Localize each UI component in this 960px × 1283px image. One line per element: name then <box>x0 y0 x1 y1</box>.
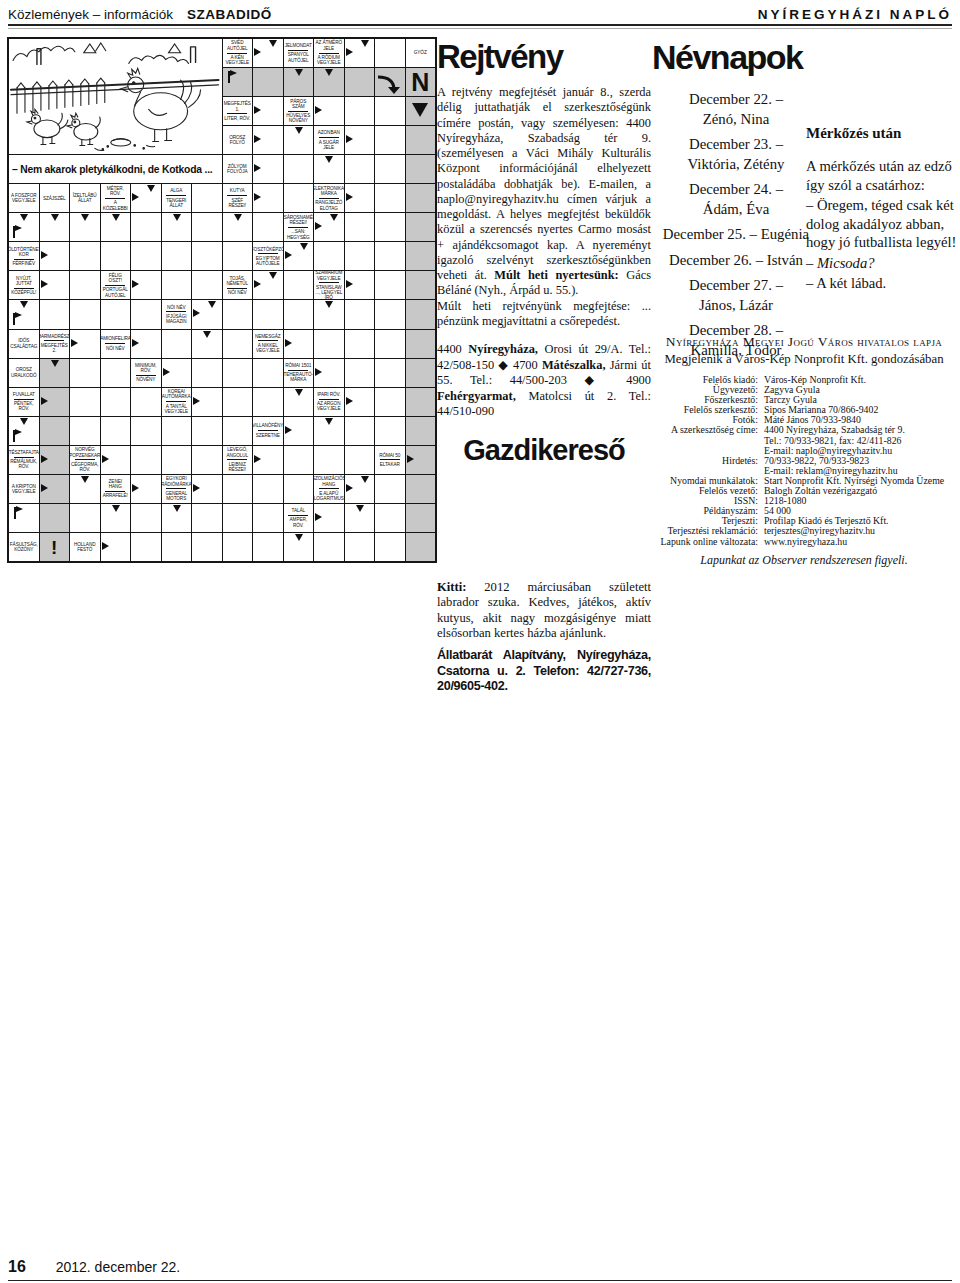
cell-r16c12[interactable] <box>345 475 375 503</box>
cell-r8c2[interactable] <box>40 242 70 270</box>
cell-r10c14[interactable] <box>406 300 436 328</box>
crossword-grid: – Nem akarok pletykálkodni, de Kotkoda .… <box>7 37 437 563</box>
newspaper-title: NYÍREGYHÁZI NAPLÓ <box>758 7 952 22</box>
clue-cell-r13c6: KOREAI AUTÓMÁRKAA TANTÁL VEGYJELE <box>162 388 192 416</box>
cell-r12c11[interactable] <box>314 359 344 387</box>
clue-divider <box>166 488 186 489</box>
nameday-entry: December 26. – István <box>652 251 820 271</box>
clue-divider <box>75 459 95 460</box>
cell-r14c11[interactable] <box>314 417 344 445</box>
cell-r16c7[interactable] <box>192 475 222 503</box>
clue-text: HARMADRÉSZ!MEGFEJTÉS 2. <box>40 330 70 358</box>
cell-r16c9[interactable] <box>253 475 283 503</box>
cell-r18c12[interactable] <box>345 533 375 561</box>
cell-r14c13[interactable] <box>375 417 405 445</box>
cell-r7c7[interactable] <box>192 213 222 241</box>
cell-r13c10[interactable] <box>284 388 314 416</box>
imprint-label: Terjesztési reklamáció: <box>650 526 758 536</box>
cell-r12c4[interactable] <box>101 359 131 387</box>
clue-line: A NIKKEL VEGYJELE <box>254 343 282 354</box>
clue-cell-r16c4: ZENEI HANGARRAFELÉ! <box>101 475 131 503</box>
cell-r11c10[interactable] <box>284 330 314 358</box>
cell-r5c14[interactable] <box>406 155 436 183</box>
cell-r10c8[interactable] <box>223 300 253 328</box>
cell-r10c10[interactable] <box>284 300 314 328</box>
cell-r7c14[interactable] <box>406 213 436 241</box>
cell-r15c2[interactable] <box>40 446 70 474</box>
right-arrow-icon <box>346 135 353 143</box>
cell-r13c13[interactable] <box>375 388 405 416</box>
down-arrow-icon <box>208 301 216 308</box>
cell-r1c13[interactable] <box>375 39 405 67</box>
cell-r4c9[interactable] <box>253 126 283 154</box>
clue-line: TÉSZTAFAJTA <box>9 450 39 455</box>
down-arrow-icon <box>269 40 277 47</box>
rejtveny-title: Rejtvény <box>437 40 651 73</box>
cell-r2c10[interactable] <box>284 68 314 96</box>
clue-text: LEVEGŐ, ANGOLULLEIBNIZ RÉSZEI! <box>223 446 253 474</box>
cell-r12c12[interactable] <box>345 359 375 387</box>
nevnapok-title: Névnapok <box>652 40 820 74</box>
cell-r6c10[interactable] <box>284 184 314 212</box>
right-arrow-icon <box>346 484 353 492</box>
cell-r15c7[interactable] <box>192 446 222 474</box>
clue-line: SZÉF RÉSZEI! <box>224 198 252 209</box>
right-arrow-icon <box>254 135 261 143</box>
cell-r11c11[interactable] <box>314 330 344 358</box>
cell-r14c14[interactable] <box>406 417 436 445</box>
cell-r8c4[interactable] <box>101 242 131 270</box>
cell-r10c4[interactable] <box>101 300 131 328</box>
clue-line: AZ ÁTMÉRŐ JELE <box>315 40 343 51</box>
cell-r16c10[interactable] <box>284 475 314 503</box>
cell-r18c9[interactable] <box>253 533 283 561</box>
cell-r17c14[interactable] <box>406 504 436 532</box>
cell-r17c4[interactable] <box>101 504 131 532</box>
cell-r12c9[interactable] <box>253 359 283 387</box>
clue-text: RÓMAI 50ELTAKAR <box>375 446 405 474</box>
big-down-arrow-icon <box>412 103 428 117</box>
clue-cell-r6c3: ÍZELTLÁBÚ ÁLLAT <box>70 184 100 212</box>
clue-cell-r10c6: NŐI NÉVIFJÚSÁGI MAGAZIN <box>162 300 192 328</box>
cell-r3c14[interactable] <box>406 97 436 125</box>
cell-r11c5[interactable] <box>131 330 161 358</box>
clue-divider <box>166 401 186 402</box>
cell-r15c14[interactable] <box>406 446 436 474</box>
cell-r8c10[interactable] <box>284 242 314 270</box>
clue-cell-r18c1: FÁSULTSÁG, KÖZÖNY <box>9 533 39 561</box>
imprint-rows: Felelős kiadó:Város-Kép Nonprofit Kft.Üg… <box>650 375 958 547</box>
cell-r18c8[interactable] <box>223 533 253 561</box>
cell-r2c11[interactable] <box>314 68 344 96</box>
nameday-date: December 27. – <box>689 277 783 293</box>
cell-r14c2[interactable] <box>40 417 70 445</box>
imprint-section: Nyíregyháza Megyei Jogú Város hivatalos … <box>650 334 958 568</box>
address-city: Nyíregyháza, <box>468 342 538 356</box>
cell-r17c1[interactable] <box>9 504 39 532</box>
imprint-header-2: Megjelenik a Város-Kép Nonprofit Kft. go… <box>650 352 958 367</box>
cell-r17c3[interactable] <box>70 504 100 532</box>
clue-line: SZERETNE <box>256 433 280 438</box>
cell-r16c14[interactable] <box>406 475 436 503</box>
cell-r14c12[interactable] <box>345 417 375 445</box>
nameday-date: December 24. – <box>689 181 783 197</box>
cell-r15c12[interactable] <box>345 446 375 474</box>
clue-divider <box>258 340 278 341</box>
clue-line: SZÁJSZÉL <box>43 196 65 201</box>
cell-r2c12[interactable] <box>345 68 375 96</box>
right-arrow-icon <box>254 164 261 172</box>
clue-text: PÁROS SZÁMHÜVELYES NÖVÉNY <box>284 97 314 125</box>
cell-r13c12[interactable] <box>345 388 375 416</box>
cell-r10c13[interactable] <box>375 300 405 328</box>
clue-divider <box>105 343 125 344</box>
joke-box: Mérkőzés után A mérkőzés után az edző íg… <box>806 124 958 295</box>
imprint-label <box>650 436 758 446</box>
cell-r18c13[interactable] <box>375 533 405 561</box>
cell-r6c5[interactable] <box>131 184 161 212</box>
right-arrow-icon <box>254 106 261 114</box>
cell-r7c5[interactable] <box>131 213 161 241</box>
cell-r7c9[interactable] <box>253 213 283 241</box>
clue-divider <box>105 198 125 199</box>
cell-r13c5[interactable] <box>131 388 161 416</box>
cell-r1c12[interactable] <box>345 39 375 67</box>
clue-line: OROSZ URALKODÓ <box>10 367 38 378</box>
clue-cell-r13c1: FUVALLATPÉNTEK, RÖV. <box>9 388 39 416</box>
cell-r16c8[interactable] <box>223 475 253 503</box>
cell-r10c3[interactable] <box>70 300 100 328</box>
cell-r9c13[interactable] <box>375 271 405 299</box>
cell-r14c3[interactable] <box>70 417 100 445</box>
cell-r4c13[interactable] <box>375 126 405 154</box>
clue-line: FÁSULTSÁG, KÖZÖNY <box>10 542 38 553</box>
cell-r5c10[interactable] <box>284 155 314 183</box>
clue-line: TOJÁS, NÉMETÜL <box>224 276 252 287</box>
clue-cell-r13c11: IPARI RÖV.AZ ARGON VEGYJELE <box>314 388 344 416</box>
cell-r12c6[interactable] <box>162 359 192 387</box>
clue-line: FÖLDTÖRTÉNETI KOR <box>9 247 39 258</box>
cell-r7c12[interactable] <box>345 213 375 241</box>
cell-r17c12[interactable] <box>345 504 375 532</box>
cell-r13c2[interactable] <box>40 388 70 416</box>
cell-r18c10[interactable] <box>284 533 314 561</box>
cell-r2c8[interactable] <box>223 68 253 96</box>
clue-cell-r15c8: LEVEGŐ, ANGOLULLEIBNIZ RÉSZEI! <box>223 446 253 474</box>
cell-r8c12[interactable] <box>345 242 375 270</box>
cell-r15c11[interactable] <box>314 446 344 474</box>
clue-cell-r6c8: KUTYASZÉF RÉSZEI! <box>223 184 253 212</box>
cell-r11c3[interactable] <box>70 330 100 358</box>
cell-r7c4[interactable] <box>101 213 131 241</box>
cell-r13c3[interactable] <box>70 388 100 416</box>
nevnapok-section: Névnapok December 22. –Zénó, NinaDecembe… <box>652 40 820 366</box>
clue-line: SPANYOL AUTÓJEL <box>285 52 313 63</box>
cell-r8c6[interactable] <box>162 242 192 270</box>
clue-line: A FOSZFOR VEGYJELE <box>10 193 38 204</box>
cell-r14c5[interactable] <box>131 417 161 445</box>
cell-r9c14[interactable] <box>406 271 436 299</box>
cell-r9c3[interactable] <box>70 271 100 299</box>
clue-text: SZOLMIZÁCIÓS HANGE ALAPÚ LOGARITMUS <box>314 475 344 503</box>
clue-cell-r8c9: FOSZTÓKÉPZŐEGYIPTOM AUTÓJELE <box>253 242 283 270</box>
right-arrow-icon <box>315 513 322 521</box>
cell-r9c2[interactable] <box>40 271 70 299</box>
down-arrow-icon <box>81 214 89 221</box>
clue-text: ZENEI HANGARRAFELÉ! <box>101 475 131 503</box>
cell-r10c12[interactable] <box>345 300 375 328</box>
clue-divider <box>105 285 125 286</box>
clue-divider <box>14 259 34 260</box>
clue-line: AZONBAN <box>318 130 340 135</box>
cell-r14c7[interactable] <box>192 417 222 445</box>
clue-line: STANISLAW ..., LENGYEL ÍRÓ <box>315 285 343 300</box>
cell-r2c13[interactable] <box>375 68 405 96</box>
clue-line: NŐI NÉV <box>167 305 186 310</box>
cell-r11c13[interactable] <box>375 330 405 358</box>
down-arrow-icon <box>269 272 277 279</box>
cell-r5c13[interactable] <box>375 155 405 183</box>
cell-r12c7[interactable] <box>192 359 222 387</box>
nameday-names: Zénó, Nina <box>703 111 770 127</box>
flag-arrow-icon <box>13 313 24 325</box>
cell-r3c11[interactable] <box>314 97 344 125</box>
clue-cell-r11c9: NEMESGÁZA NIKKEL VEGYJELE <box>253 330 283 358</box>
cell-r13c9[interactable] <box>253 388 283 416</box>
right-arrow-icon <box>315 106 322 114</box>
cell-r14c6[interactable] <box>162 417 192 445</box>
cell-r12c3[interactable] <box>70 359 100 387</box>
cell-r6c9[interactable] <box>253 184 283 212</box>
cell-r17c7[interactable] <box>192 504 222 532</box>
cell-r17c11[interactable] <box>314 504 344 532</box>
cell-r7c8[interactable] <box>223 213 253 241</box>
cell-r3c12[interactable] <box>345 97 375 125</box>
cell-r14c1[interactable] <box>9 417 39 445</box>
cell-r11c7[interactable] <box>192 330 222 358</box>
cell-r15c10[interactable] <box>284 446 314 474</box>
clue-line: ZENEI HANG <box>102 479 130 490</box>
right-arrow-icon <box>346 193 353 201</box>
cell-r16c3[interactable] <box>70 475 100 503</box>
clue-divider <box>136 375 156 376</box>
header-section-label: SZABADIDŐ <box>187 7 272 22</box>
cell-r6c7[interactable] <box>192 184 222 212</box>
cell-r15c9[interactable] <box>253 446 283 474</box>
clue-line: IPARI RÖV. <box>317 392 340 397</box>
cell-r9c12[interactable] <box>345 271 375 299</box>
cell-r8c8[interactable] <box>223 242 253 270</box>
cell-r17c13[interactable] <box>375 504 405 532</box>
clue-line: LEVEGŐ, ANGOLUL <box>224 447 252 458</box>
cell-r4c10[interactable] <box>284 126 314 154</box>
cell-r3c9[interactable] <box>253 97 283 125</box>
cell-r15c4[interactable] <box>101 446 131 474</box>
down-arrow-icon <box>51 360 59 367</box>
cell-r8c13[interactable] <box>375 242 405 270</box>
clue-cell-r16c11: SZOLMIZÁCIÓS HANGE ALAPÚ LOGARITMUS <box>314 475 344 503</box>
clue-line: MÉTER, RÖV. <box>102 186 130 197</box>
cell-r15c6[interactable] <box>162 446 192 474</box>
cell-r13c14[interactable] <box>406 388 436 416</box>
cell-r7c6[interactable] <box>162 213 192 241</box>
cell-r17c5[interactable] <box>131 504 161 532</box>
cell-r2c9[interactable] <box>253 68 283 96</box>
cell-r8c5[interactable] <box>131 242 161 270</box>
clue-line: FÉRFINÉV <box>13 261 35 266</box>
right-arrow-icon <box>71 339 78 347</box>
right-arrow-icon <box>254 455 261 463</box>
down-arrow-icon <box>300 243 308 250</box>
cell-r17c2[interactable] <box>40 504 70 532</box>
cell-r10c9[interactable] <box>253 300 283 328</box>
clue-line: TEHERAUTÓ-MÁRKA <box>284 372 313 383</box>
cell-r13c4[interactable] <box>101 388 131 416</box>
cell-r8c3[interactable] <box>70 242 100 270</box>
cell-r14c10[interactable] <box>284 417 314 445</box>
cell-r7c1[interactable] <box>9 213 39 241</box>
cell-r12c8[interactable] <box>223 359 253 387</box>
clue-divider <box>14 457 34 458</box>
cell-r18c2[interactable]: ! <box>40 533 70 561</box>
cell-r16c2[interactable] <box>40 475 70 503</box>
cell-r8c7[interactable] <box>192 242 222 270</box>
clue-divider <box>227 113 247 114</box>
cell-r10c11[interactable] <box>314 300 344 328</box>
right-arrow-icon <box>285 339 292 347</box>
cell-r17c9[interactable] <box>253 504 283 532</box>
down-arrow-icon <box>112 214 120 221</box>
cell-r18c14[interactable] <box>406 533 436 561</box>
cell-r15c5[interactable] <box>131 446 161 474</box>
clue-line: MEGFEJTÉS 1. <box>224 101 252 112</box>
cell-r10c7[interactable] <box>192 300 222 328</box>
cell-r12c2[interactable] <box>40 359 70 387</box>
right-arrow-icon <box>102 542 109 550</box>
cell-r9c10[interactable] <box>284 271 314 299</box>
clue-text: JELMONDATSPANYOL AUTÓJEL <box>284 39 314 67</box>
cell-r11c12[interactable] <box>345 330 375 358</box>
nameday-names: János, Lázár <box>699 297 773 313</box>
cell-r18c11[interactable] <box>314 533 344 561</box>
clue-line: SZOLMIZÁCIÓS HANG <box>314 476 344 487</box>
clue-divider <box>14 288 34 289</box>
clue-line: KÖZÉPFÜL! <box>11 290 36 295</box>
cell-r16c5[interactable] <box>131 475 161 503</box>
right-arrow-icon <box>193 309 200 317</box>
cell-r14c8[interactable] <box>223 417 253 445</box>
cell-r7c2[interactable] <box>40 213 70 241</box>
cell-r7c13[interactable] <box>375 213 405 241</box>
clue-divider <box>166 311 186 312</box>
clue-text: FÁSULTSÁG, KÖZÖNY <box>9 533 39 561</box>
cell-r9c7[interactable] <box>192 271 222 299</box>
down-arrow-icon <box>173 214 181 221</box>
down-arrow-icon <box>325 156 333 163</box>
cell-r6c12[interactable] <box>345 184 375 212</box>
cell-r5c9[interactable] <box>253 155 283 183</box>
clue-text: OROSZ URALKODÓ <box>9 359 39 387</box>
cell-r11c14[interactable] <box>406 330 436 358</box>
clue-line: MEGFEJTÉS 2. <box>41 343 69 354</box>
clue-cell-r5c8: ZÓLYOM FOLYÓJA <box>223 155 253 183</box>
cell-r11c8[interactable] <box>223 330 253 358</box>
page-footer: 16 2012. december 22. <box>8 1258 952 1281</box>
right-arrow-icon <box>254 193 261 201</box>
clue-cell-r1c14: GYŐZ <box>406 39 436 67</box>
clue-line: RÉMÁLMUK, RÖV. <box>10 459 38 470</box>
cell-r9c9[interactable] <box>253 271 283 299</box>
cell-r6c14[interactable] <box>406 184 436 212</box>
cell-r18c5[interactable] <box>131 533 161 561</box>
cell-r16c13[interactable] <box>375 475 405 503</box>
cell-r6c13[interactable] <box>375 184 405 212</box>
right-arrow-icon <box>163 368 170 376</box>
cell-r5c11[interactable] <box>314 155 344 183</box>
cell-r7c11[interactable] <box>314 213 344 241</box>
clue-divider <box>319 53 339 54</box>
nameday-date: December 23. – <box>689 136 783 152</box>
cell-r14c4[interactable] <box>101 417 131 445</box>
cell-r3c13[interactable] <box>375 97 405 125</box>
cell-r18c4[interactable] <box>101 533 131 561</box>
cell-r18c6[interactable] <box>162 533 192 561</box>
cell-r5c12[interactable] <box>345 155 375 183</box>
clue-text: FÖLDTÖRTÉNETI KORFÉRFINÉV <box>9 242 39 270</box>
cell-r1c9[interactable] <box>253 39 283 67</box>
cell-r10c1[interactable] <box>9 300 39 328</box>
clue-cell-r14c9: VILLANÓFÉNYSZERETNE <box>253 417 283 445</box>
cell-r10c5[interactable] <box>131 300 161 328</box>
cell-r13c7[interactable] <box>192 388 222 416</box>
clue-line: KAMIONFELIRAT <box>101 336 131 341</box>
nameday-names: Ádám, Éva <box>703 201 770 217</box>
imprint-value: terjesztes@nyiregyhazitv.hu <box>764 526 958 536</box>
cell-r12c14[interactable] <box>406 359 436 387</box>
cell-r13c8[interactable] <box>223 388 253 416</box>
clue-text: VILLANÓFÉNYSZERETNE <box>253 417 283 445</box>
clue-text: FÉLIG OSZT!PORTUGÁL AUTÓJEL <box>101 271 131 299</box>
cell-r11c6[interactable] <box>162 330 192 358</box>
page-header: Közlemények – információkSZABADIDŐ NYÍRE… <box>8 6 952 22</box>
cell-r18c7[interactable] <box>192 533 222 561</box>
right-arrow-icon <box>254 48 261 56</box>
cell-r17c8[interactable] <box>223 504 253 532</box>
clue-cell-r6c6: ALGATENGERI ÁLLAT <box>162 184 192 212</box>
clue-text: HOLLAND FESTŐ <box>70 533 100 561</box>
cell-r4c12[interactable] <box>345 126 375 154</box>
clue-line: ELEKTRONIKAI MÁRKA <box>314 186 344 197</box>
nameday-entry: December 25. – Eugénia <box>652 225 820 245</box>
cell-r10c2[interactable] <box>40 300 70 328</box>
cell-r4c14[interactable] <box>406 126 436 154</box>
cell-r9c5[interactable] <box>131 271 161 299</box>
cell-r9c6[interactable] <box>162 271 192 299</box>
address-city: Mátészalka, <box>542 358 606 372</box>
down-arrow-icon <box>173 505 181 512</box>
down-arrow-icon <box>295 534 303 541</box>
cell-r12c13[interactable] <box>375 359 405 387</box>
cell-r8c11[interactable] <box>314 242 344 270</box>
right-arrow-icon <box>346 280 353 288</box>
dog-photo-placeholder <box>437 467 651 580</box>
nameday-date: December 22. – <box>689 91 783 107</box>
down-arrow-icon <box>361 476 369 483</box>
right-arrow-icon <box>132 339 139 347</box>
cell-r7c3[interactable] <box>70 213 100 241</box>
cell-r8c14[interactable] <box>406 242 436 270</box>
cell-r17c6[interactable] <box>162 504 192 532</box>
